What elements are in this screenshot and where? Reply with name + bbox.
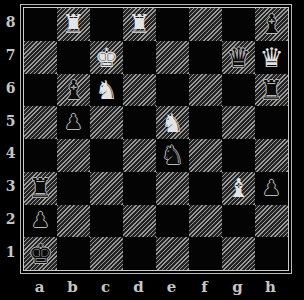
square-h3[interactable]: ♟ bbox=[255, 172, 288, 205]
square-g6[interactable] bbox=[222, 74, 255, 107]
square-b7[interactable] bbox=[57, 41, 90, 74]
square-c3[interactable] bbox=[90, 172, 123, 205]
black-rook[interactable]: ♜ bbox=[24, 172, 57, 205]
white-king[interactable]: ♚ bbox=[90, 41, 123, 74]
square-b2[interactable] bbox=[57, 205, 90, 238]
square-h7[interactable]: ♛ bbox=[255, 41, 288, 74]
square-a2[interactable]: ♟ bbox=[24, 205, 57, 238]
square-f6[interactable] bbox=[189, 74, 222, 107]
square-f2[interactable] bbox=[189, 205, 222, 238]
square-e1[interactable] bbox=[156, 237, 189, 270]
square-c7[interactable]: ♚ bbox=[90, 41, 123, 74]
white-rook[interactable]: ♜ bbox=[57, 8, 90, 41]
square-e5[interactable]: ♞ bbox=[156, 106, 189, 139]
square-f7[interactable] bbox=[189, 41, 222, 74]
square-a4[interactable] bbox=[24, 139, 57, 172]
black-pawn[interactable]: ♟ bbox=[255, 172, 288, 205]
square-f4[interactable] bbox=[189, 139, 222, 172]
square-c8[interactable] bbox=[90, 8, 123, 41]
square-h8[interactable]: ♝ bbox=[255, 8, 288, 41]
rank-label-5: 5 bbox=[1, 113, 20, 129]
square-b3[interactable] bbox=[57, 172, 90, 205]
rank-label-3: 3 bbox=[1, 178, 20, 194]
square-e8[interactable] bbox=[156, 8, 189, 41]
square-h1[interactable] bbox=[255, 237, 288, 270]
square-f5[interactable] bbox=[189, 106, 222, 139]
white-rook[interactable]: ♜ bbox=[123, 8, 156, 41]
square-a6[interactable] bbox=[24, 74, 57, 107]
black-pawn[interactable]: ♟ bbox=[24, 205, 57, 238]
black-pawn[interactable]: ♟ bbox=[57, 106, 90, 139]
square-a3[interactable]: ♜ bbox=[24, 172, 57, 205]
file-label-e: e bbox=[155, 277, 188, 297]
file-label-a: a bbox=[23, 277, 56, 297]
square-f3[interactable] bbox=[189, 172, 222, 205]
rank-label-8: 8 bbox=[1, 14, 20, 30]
file-label-d: d bbox=[122, 277, 155, 297]
square-h5[interactable] bbox=[255, 106, 288, 139]
square-f1[interactable] bbox=[189, 237, 222, 270]
square-d4[interactable] bbox=[123, 139, 156, 172]
square-g7[interactable]: ♛ bbox=[222, 41, 255, 74]
square-b6[interactable]: ♝ bbox=[57, 74, 90, 107]
square-f8[interactable] bbox=[189, 8, 222, 41]
rank-label-7: 7 bbox=[1, 47, 20, 63]
square-g4[interactable] bbox=[222, 139, 255, 172]
square-c5[interactable] bbox=[90, 106, 123, 139]
square-e2[interactable] bbox=[156, 205, 189, 238]
black-queen[interactable]: ♛ bbox=[222, 41, 255, 74]
black-king[interactable]: ♚ bbox=[24, 237, 57, 270]
square-h4[interactable] bbox=[255, 139, 288, 172]
square-d7[interactable] bbox=[123, 41, 156, 74]
square-g5[interactable] bbox=[222, 106, 255, 139]
square-h6[interactable]: ♜ bbox=[255, 74, 288, 107]
square-a8[interactable] bbox=[24, 8, 57, 41]
black-bishop[interactable]: ♝ bbox=[57, 74, 90, 107]
square-b1[interactable] bbox=[57, 237, 90, 270]
file-label-g: g bbox=[221, 277, 254, 297]
square-a5[interactable] bbox=[24, 106, 57, 139]
square-e3[interactable] bbox=[156, 172, 189, 205]
square-c4[interactable] bbox=[90, 139, 123, 172]
rank-label-4: 4 bbox=[1, 145, 20, 161]
square-e6[interactable] bbox=[156, 74, 189, 107]
square-b5[interactable]: ♟ bbox=[57, 106, 90, 139]
square-d1[interactable] bbox=[123, 237, 156, 270]
square-d5[interactable] bbox=[123, 106, 156, 139]
square-g2[interactable] bbox=[222, 205, 255, 238]
square-c2[interactable] bbox=[90, 205, 123, 238]
square-e7[interactable] bbox=[156, 41, 189, 74]
black-bishop[interactable]: ♝ bbox=[255, 8, 288, 41]
square-g8[interactable] bbox=[222, 8, 255, 41]
square-b8[interactable]: ♜ bbox=[57, 8, 90, 41]
white-knight[interactable]: ♞ bbox=[90, 74, 123, 107]
square-h2[interactable] bbox=[255, 205, 288, 238]
square-b4[interactable] bbox=[57, 139, 90, 172]
square-e4[interactable]: ♞ bbox=[156, 139, 189, 172]
rank-label-1: 1 bbox=[1, 244, 20, 260]
white-knight[interactable]: ♞ bbox=[156, 106, 189, 139]
file-label-h: h bbox=[254, 277, 287, 297]
square-a1[interactable]: ♚ bbox=[24, 237, 57, 270]
chessboard: ♜♜♝♚♛♛♝♞♜♟♞♞♜♝♟♟♚ bbox=[23, 7, 289, 271]
rank-label-6: 6 bbox=[1, 80, 20, 96]
square-d2[interactable] bbox=[123, 205, 156, 238]
square-d3[interactable] bbox=[123, 172, 156, 205]
square-d6[interactable] bbox=[123, 74, 156, 107]
file-label-b: b bbox=[56, 277, 89, 297]
square-c1[interactable] bbox=[90, 237, 123, 270]
rank-label-2: 2 bbox=[1, 211, 20, 227]
square-a7[interactable] bbox=[24, 41, 57, 74]
square-g3[interactable]: ♝ bbox=[222, 172, 255, 205]
white-queen[interactable]: ♛ bbox=[255, 41, 288, 74]
square-g1[interactable] bbox=[222, 237, 255, 270]
square-d8[interactable]: ♜ bbox=[123, 8, 156, 41]
square-c6[interactable]: ♞ bbox=[90, 74, 123, 107]
black-knight[interactable]: ♞ bbox=[156, 139, 189, 172]
white-bishop[interactable]: ♝ bbox=[222, 172, 255, 205]
file-label-f: f bbox=[188, 277, 221, 297]
black-rook[interactable]: ♜ bbox=[255, 74, 288, 107]
file-label-c: c bbox=[89, 277, 122, 297]
